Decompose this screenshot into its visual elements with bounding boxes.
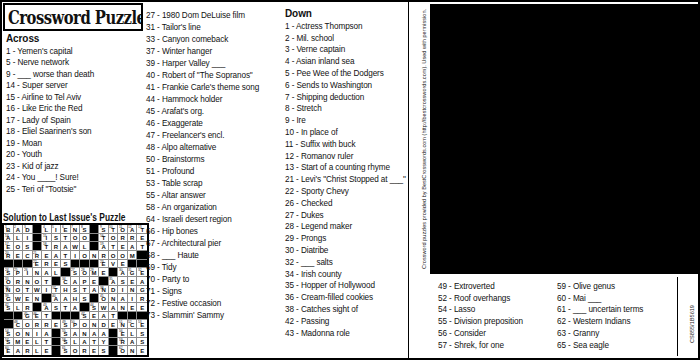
sol-cell-14-4: E: [42, 346, 52, 355]
sol-cell-11-1: 48C: [14, 320, 24, 329]
solution-letter: E: [118, 260, 127, 268]
solution-letter: M: [128, 251, 137, 259]
sol-cell-9-0: 42S: [4, 303, 14, 312]
solution-letter: M: [14, 338, 23, 346]
sol-cell-0-0: 1B: [4, 225, 14, 234]
cell-8-14: [678, 148, 696, 166]
cell-14-4: [502, 254, 520, 272]
solution-letter: R: [118, 338, 127, 346]
cell-0-12: [643, 6, 661, 24]
cell-5-12: [643, 95, 661, 113]
clue-down-8: 8 - Stretch: [285, 103, 410, 115]
cell-12-11: [626, 219, 644, 237]
cell-14-2: [467, 254, 485, 272]
solution-letter: I: [23, 268, 32, 276]
sol-cell-0-11: 10T: [109, 225, 119, 234]
solution-letter: O: [99, 294, 108, 302]
solution-letter: A: [61, 242, 70, 250]
sol-cell-1-12: R: [118, 234, 128, 243]
clue-down-7: 7 - Shipping deduction: [285, 92, 410, 104]
solution-letter: O: [80, 251, 89, 259]
sol-cell-6-9: E: [90, 277, 100, 286]
sol-cell-12-4: A: [42, 329, 52, 338]
sol-cell-4-3: 22E: [33, 260, 43, 269]
cell-4-2: [467, 77, 485, 95]
solution-letter: O: [71, 234, 80, 242]
solution-letter: L: [33, 338, 42, 346]
cell-8-11: [626, 148, 644, 166]
sol-cell-3-6: T: [61, 251, 71, 260]
solution-letter: S: [61, 260, 70, 268]
clue-across-23: 23 - Kid of jazz: [6, 161, 140, 173]
solution-letter: D: [23, 225, 32, 233]
solution-letter: N: [118, 303, 127, 311]
down-clues-bottom-left: 49 - Extroverted52 - Roof overhangs54 - …: [438, 281, 552, 351]
cell-7-3: [485, 130, 503, 148]
clue-across-44: 44 - Hammock holder: [146, 94, 269, 106]
sol-cell-12-10: A: [99, 329, 109, 338]
sol-cell-11-8: O: [80, 320, 90, 329]
sol-cell-0-6: 6E: [61, 225, 71, 234]
cell-0-13: [661, 6, 679, 24]
solution-letter: S: [71, 286, 80, 294]
cell-14-5: [520, 254, 538, 272]
cell-2-14: [678, 41, 696, 59]
sol-cell-8-0: 39G: [4, 294, 14, 303]
solution-letter: A: [42, 329, 51, 337]
cell-6-2: [467, 112, 485, 130]
cell-2-8: [573, 41, 591, 59]
sol-cell-10-3: 46E: [33, 312, 43, 321]
cell-5-0: [432, 95, 450, 113]
cell-14-12: [643, 254, 661, 272]
sol-cell-1-8: O: [80, 234, 90, 243]
sol-cell-14-13: N: [128, 346, 138, 355]
solution-letter: T: [109, 225, 118, 233]
cell-0-7: [555, 6, 573, 24]
sol-cell-3-10: R: [99, 251, 109, 260]
sol-cell-9-5: S: [52, 303, 62, 312]
cell-14-6: [538, 254, 556, 272]
cell-10-10: [608, 183, 626, 201]
cell-1-3: [485, 24, 503, 42]
clue-down-4: 4 - Asian inland sea: [285, 56, 410, 68]
cell-1-4: [502, 24, 520, 42]
sol-cell-6-10: [99, 277, 109, 286]
cell-0-4: [502, 6, 520, 24]
cell-13-7: [555, 237, 573, 255]
sol-cell-6-6: 34C: [61, 277, 71, 286]
sol-cell-7-3: W: [33, 286, 43, 295]
solution-letter: E: [4, 242, 13, 250]
sol-cell-2-1: O: [14, 242, 24, 251]
solution-letter: S: [80, 312, 89, 320]
solution-letter: T: [23, 286, 32, 294]
cell-8-5: [520, 148, 538, 166]
cell-12-10: [608, 219, 626, 237]
sol-cell-13-14: S: [137, 338, 147, 347]
solution-letter: H: [61, 286, 70, 294]
sol-cell-1-7: O: [71, 234, 81, 243]
solution-letter: E: [128, 277, 137, 285]
cell-6-6: [538, 112, 556, 130]
sol-cell-3-7: I: [71, 251, 81, 260]
solution-letter: R: [80, 346, 89, 355]
cell-2-11: [626, 41, 644, 59]
solution-letter: T: [109, 242, 118, 250]
cell-9-5: [520, 166, 538, 184]
cell-12-2: [467, 219, 485, 237]
cell-2-7: [555, 41, 573, 59]
cell-4-5: [520, 77, 538, 95]
cell-10-9: [590, 183, 608, 201]
cell-11-6: [538, 201, 556, 219]
solution-letter: P: [14, 268, 23, 276]
clue-across-58: 58 - An organization: [146, 202, 269, 214]
clue-across-72: 72 - Festive occasion: [146, 298, 269, 310]
solution-letter: A: [90, 286, 99, 294]
clue-down-38: 38 - Catches sight of: [285, 304, 410, 316]
clue-down-63: 63 - Granny: [557, 328, 671, 340]
clue-down-56: 56 - Consider: [438, 328, 552, 340]
solution-letter: A: [52, 294, 61, 302]
clue-across-55: 55 - Altar answer: [146, 190, 269, 202]
clue-down-60: 60 - Mai ___: [557, 293, 671, 305]
sol-cell-8-6: A: [61, 294, 71, 303]
cell-5-11: [626, 95, 644, 113]
sol-cell-8-9: [90, 294, 100, 303]
cell-7-8: [573, 130, 591, 148]
solution-letter: T: [42, 277, 51, 285]
solution-letter: W: [99, 303, 108, 311]
sol-cell-7-9: A: [90, 286, 100, 295]
clue-across-53: 53 - Table scrap: [146, 178, 269, 190]
solution-letter: E: [109, 320, 118, 328]
solution-letter: R: [52, 242, 61, 250]
solution-letter: R: [128, 234, 137, 242]
clue-across-70: 70 - Party to: [146, 274, 269, 286]
cell-4-11: [626, 77, 644, 95]
solution-letter: I: [42, 286, 51, 294]
solution-letter: R: [42, 320, 51, 328]
sol-cell-2-8: L: [80, 242, 90, 251]
solution-letter: S: [4, 338, 13, 346]
cell-10-3: [485, 183, 503, 201]
sol-cell-4-11: V: [109, 260, 119, 269]
cell-1-0: [432, 24, 450, 42]
sol-cell-12-2: N: [23, 329, 33, 338]
cell-13-0: [432, 237, 450, 255]
clue-across-68: 68 - ___ Haute: [146, 250, 269, 262]
cell-5-10: [608, 95, 626, 113]
sol-cell-14-11: [109, 346, 119, 355]
cell-13-4: [502, 237, 520, 255]
clue-down-21: 21 - Levi's "Christ Stopped at ___": [285, 174, 410, 186]
clue-down-54: 54 - Lasso: [438, 304, 552, 316]
cell-1-2: [467, 24, 485, 42]
solution-letter: O: [118, 346, 127, 355]
clue-down-32: 32 - ___ salts: [285, 257, 410, 269]
cell-5-1: [450, 95, 468, 113]
sol-cell-9-11: A: [109, 303, 119, 312]
solution-letter: N: [128, 346, 137, 355]
cell-4-4: [502, 77, 520, 95]
solution-letter: A: [128, 338, 137, 346]
sol-cell-5-3: N: [33, 268, 43, 277]
clue-across-73: 73 - Slammin' Sammy: [146, 310, 269, 322]
clue-down-12: 12 - Romanov ruler: [285, 151, 410, 163]
cell-6-14: [678, 112, 696, 130]
cell-13-6: [538, 237, 556, 255]
cell-1-11: [626, 24, 644, 42]
sol-cell-10-8: 47S: [80, 312, 90, 321]
solution-letter: N: [71, 225, 80, 233]
sol-cell-9-2: R: [23, 303, 33, 312]
sol-cell-10-9: E: [90, 312, 100, 321]
clue-down-27: 27 - Dukes: [285, 210, 410, 222]
sol-cell-4-6: S: [61, 260, 71, 269]
solution-letter: T: [61, 303, 70, 311]
sol-cell-12-14: S: [137, 329, 147, 338]
solution-letter: E: [42, 251, 51, 259]
solution-letter: E: [33, 312, 42, 320]
sol-cell-11-6: 49S: [61, 320, 71, 329]
sol-cell-12-12: 56E: [118, 329, 128, 338]
sol-cell-5-8: 28O: [80, 268, 90, 277]
cell-3-6: [538, 59, 556, 77]
cell-5-13: [661, 95, 679, 113]
sol-cell-0-13: 12A: [128, 225, 138, 234]
cell-1-5: [520, 24, 538, 42]
sol-cell-7-12: I: [118, 286, 128, 295]
sol-cell-13-7: L: [71, 338, 81, 347]
sol-cell-14-0: 60E: [4, 346, 14, 355]
solution-letter: L: [14, 303, 23, 311]
cell-4-14: [678, 77, 696, 95]
cell-6-11: [626, 112, 644, 130]
cell-10-4: [502, 183, 520, 201]
sol-cell-10-4: T: [42, 312, 52, 321]
sol-cell-10-0: [4, 312, 14, 321]
clue-down-34: 34 - Irish county: [285, 269, 410, 281]
cell-10-8: [573, 183, 591, 201]
sol-cell-12-11: [109, 329, 119, 338]
across-clue-list-2: 27 - 1980 Dom DeLuise film31 - Tailor's …: [146, 10, 269, 322]
sol-cell-0-2: 3D: [23, 225, 33, 234]
solution-grid: 1B2A3D4L5I6E7N8S9S10T11O12A13T14ALI15IST…: [2, 223, 149, 357]
cell-8-13: [661, 148, 679, 166]
sol-cell-6-4: T: [42, 277, 52, 286]
clue-across-18: 18 - Eliel Saarinen's son: [6, 126, 140, 138]
solution-letter: E: [90, 312, 99, 320]
cell-2-4: [502, 41, 520, 59]
solution-letter: T: [90, 338, 99, 346]
sol-cell-6-3: O: [33, 277, 43, 286]
clue-down-65: 65 - Sea eagle: [557, 340, 671, 352]
cell-3-14: [678, 59, 696, 77]
cell-8-8: [573, 148, 591, 166]
sol-cell-14-3: L: [33, 346, 43, 355]
cell-11-14: [678, 201, 696, 219]
clue-across-16: 16 - Like Eric the Red: [6, 103, 140, 115]
solution-letter: E: [90, 277, 99, 285]
sol-cell-2-10: 19A: [99, 242, 109, 251]
cell-0-14: [678, 6, 696, 24]
cell-8-2: [467, 148, 485, 166]
sol-cell-5-1: 25P: [14, 268, 24, 277]
clue-down-2: 2 - Mil. school: [285, 33, 410, 45]
solution-letter: L: [71, 338, 80, 346]
page-title: Crossword Puzzle: [8, 7, 143, 28]
solution-letter: O: [80, 268, 89, 276]
sol-cell-3-8: O: [80, 251, 90, 260]
sol-cell-6-12: S: [118, 277, 128, 286]
sol-cell-10-10: A: [99, 312, 109, 321]
sol-cell-13-10: Y: [99, 338, 109, 347]
solution-letter: T: [42, 312, 51, 320]
cell-3-2: [467, 59, 485, 77]
sol-cell-3-1: E: [14, 251, 24, 260]
sol-cell-5-0: 24S: [4, 268, 14, 277]
sol-cell-8-1: W: [14, 294, 24, 303]
cell-12-7: [555, 219, 573, 237]
code-divider: [677, 277, 678, 356]
sol-cell-1-6: T: [61, 234, 71, 243]
cell-3-13: [661, 59, 679, 77]
sol-cell-7-4: I: [42, 286, 52, 295]
down-clue-list: 1 - Actress Thompson2 - Mil. school3 - V…: [285, 21, 410, 340]
solution-letter: E: [128, 303, 137, 311]
sol-cell-3-2: C: [23, 251, 33, 260]
sol-cell-13-9: T: [90, 338, 100, 347]
attribution-vertical-text: Crossword puzzles provided by BestCrossw…: [421, 3, 427, 275]
sol-cell-8-7: H: [71, 294, 81, 303]
cell-0-9: [590, 6, 608, 24]
sol-cell-13-3: L: [33, 338, 43, 347]
clue-across-27: 27 - 1980 Dom DeLuise film: [146, 10, 269, 22]
solution-letter: O: [80, 234, 89, 242]
clue-across-69: 69 - Tidy: [146, 262, 269, 274]
cell-14-11: [626, 254, 644, 272]
solution-letter: A: [71, 303, 80, 311]
cell-9-12: [643, 166, 661, 184]
sol-cell-11-2: O: [23, 320, 33, 329]
cell-12-3: [485, 219, 503, 237]
cell-4-12: [643, 77, 661, 95]
sol-cell-5-10: E: [99, 268, 109, 277]
cell-1-14: [678, 24, 696, 42]
cell-4-7: [555, 77, 573, 95]
cell-2-5: [520, 41, 538, 59]
column-divider-left: [408, 2, 409, 358]
solution-letter: S: [52, 303, 61, 311]
solution-letter: E: [52, 260, 61, 268]
sol-cell-4-10: 23E: [99, 260, 109, 269]
cell-8-10: [608, 148, 626, 166]
cell-8-1: [450, 148, 468, 166]
sol-cell-5-5: L: [52, 268, 62, 277]
cell-2-3: [485, 41, 503, 59]
clue-down-62: 62 - Western Indians: [557, 316, 671, 328]
cell-12-8: [573, 219, 591, 237]
clue-down-57: 57 - Shrek, for one: [438, 340, 552, 352]
cell-9-14: [678, 166, 696, 184]
cell-12-14: [678, 219, 696, 237]
sol-cell-1-2: I: [23, 234, 33, 243]
solution-letter: A: [80, 338, 89, 346]
clue-down-1: 1 - Actress Thompson: [285, 21, 410, 33]
sol-cell-0-5: 5I: [52, 225, 62, 234]
sol-cell-12-5: [52, 329, 62, 338]
clue-down-36: 36 - Cream-filled cookies: [285, 292, 410, 304]
solution-letter: E: [33, 260, 42, 268]
sol-cell-12-13: L: [128, 329, 138, 338]
solution-letter: L: [14, 234, 23, 242]
clue-down-61: 61 - ___ uncertain terms: [557, 304, 671, 316]
clue-across-64: 64 - Israeli desert region: [146, 214, 269, 226]
cell-2-13: [661, 41, 679, 59]
sol-cell-10-5: [52, 312, 62, 321]
solution-letter: O: [14, 242, 23, 250]
clue-across-20: 20 - Youth: [6, 149, 140, 161]
sol-cell-9-10: W: [99, 303, 109, 312]
sol-cell-2-11: T: [109, 242, 119, 251]
solution-letter: R: [99, 251, 108, 259]
cell-7-6: [538, 130, 556, 148]
clue-down-22: 22 - Sporty Chevy: [285, 186, 410, 198]
sol-cell-14-6: 61S: [61, 346, 71, 355]
sol-cell-3-0: 20R: [4, 251, 14, 260]
solution-letter: R: [23, 346, 32, 355]
sol-cell-3-5: A: [52, 251, 62, 260]
sol-cell-13-2: E: [23, 338, 33, 347]
cell-0-2: [467, 6, 485, 24]
cell-6-0: [432, 112, 450, 130]
clue-across-37: 37 - Winter hanger: [146, 46, 269, 58]
cell-14-9: [590, 254, 608, 272]
clue-across-9: 9 - ___ worse than death: [6, 69, 140, 81]
solution-letter: L: [33, 346, 42, 355]
cell-3-3: [485, 59, 503, 77]
solution-letter: S: [4, 268, 13, 276]
sol-cell-7-7: S: [71, 286, 81, 295]
sol-cell-11-9: N: [90, 320, 100, 329]
solution-letter: S: [61, 338, 70, 346]
solution-letter: C: [61, 277, 70, 285]
cell-13-2: [467, 237, 485, 255]
cell-10-14: [678, 183, 696, 201]
cell-7-1: [450, 130, 468, 148]
sol-cell-13-1: M: [14, 338, 24, 347]
cell-1-7: [555, 24, 573, 42]
cell-13-13: [661, 237, 679, 255]
solution-letter: H: [71, 294, 80, 302]
clue-across-39: 39 - Harper Valley ___: [146, 58, 269, 70]
cell-11-4: [502, 201, 520, 219]
solution-letter: S: [137, 329, 147, 337]
solution-letter: A: [118, 268, 127, 276]
solution-letter: S: [4, 329, 13, 337]
solution-letter: E: [118, 329, 127, 337]
cell-9-11: [626, 166, 644, 184]
solution-letter: G: [4, 294, 13, 302]
cell-10-6: [538, 183, 556, 201]
cell-4-0: [432, 77, 450, 95]
cell-3-1: [450, 59, 468, 77]
sol-cell-1-13: R: [128, 234, 138, 243]
cell-10-7: [555, 183, 573, 201]
solution-letter: A: [109, 303, 118, 311]
